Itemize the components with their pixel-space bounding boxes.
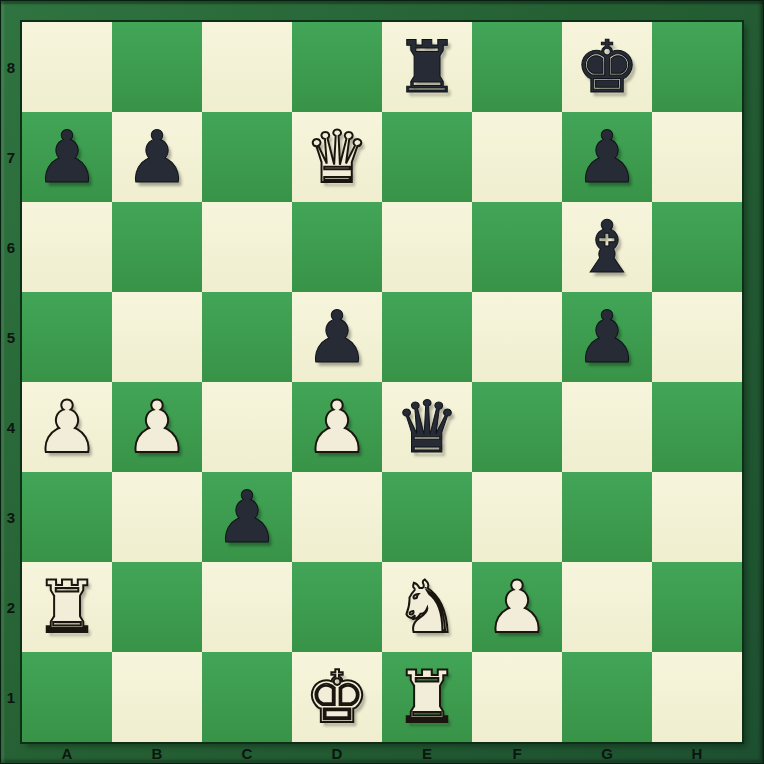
square-f6[interactable] bbox=[472, 202, 562, 292]
square-g5[interactable]: ♟ bbox=[562, 292, 652, 382]
piece-white-pawn-a4[interactable]: ♟ bbox=[22, 382, 112, 472]
square-c3[interactable]: ♟ bbox=[202, 472, 292, 562]
rank-label-5: 5 bbox=[0, 292, 22, 382]
rank-label-7: 7 bbox=[0, 112, 22, 202]
square-c4[interactable] bbox=[202, 382, 292, 472]
square-b8[interactable] bbox=[112, 22, 202, 112]
square-g6[interactable]: ♝ bbox=[562, 202, 652, 292]
square-f7[interactable] bbox=[472, 112, 562, 202]
square-h8[interactable] bbox=[652, 22, 742, 112]
square-a1[interactable] bbox=[22, 652, 112, 742]
square-d6[interactable] bbox=[292, 202, 382, 292]
square-g4[interactable] bbox=[562, 382, 652, 472]
square-d5[interactable]: ♟ bbox=[292, 292, 382, 382]
square-c2[interactable] bbox=[202, 562, 292, 652]
rank-label-3: 3 bbox=[0, 472, 22, 562]
square-f1[interactable] bbox=[472, 652, 562, 742]
piece-black-queen-e4[interactable]: ♛ bbox=[382, 382, 472, 472]
piece-white-pawn-b4[interactable]: ♟ bbox=[112, 382, 202, 472]
file-label-g: G bbox=[562, 742, 652, 764]
square-e3[interactable] bbox=[382, 472, 472, 562]
file-label-c: C bbox=[202, 742, 292, 764]
rank-label-2: 2 bbox=[0, 562, 22, 652]
piece-white-knight-e2[interactable]: ♞ bbox=[382, 562, 472, 652]
square-a3[interactable] bbox=[22, 472, 112, 562]
piece-white-pawn-f2[interactable]: ♟ bbox=[472, 562, 562, 652]
square-h5[interactable] bbox=[652, 292, 742, 382]
square-c1[interactable] bbox=[202, 652, 292, 742]
square-f8[interactable] bbox=[472, 22, 562, 112]
square-h7[interactable] bbox=[652, 112, 742, 202]
square-d1[interactable]: ♚ bbox=[292, 652, 382, 742]
square-h6[interactable] bbox=[652, 202, 742, 292]
square-f2[interactable]: ♟ bbox=[472, 562, 562, 652]
square-a4[interactable]: ♟ bbox=[22, 382, 112, 472]
square-e4[interactable]: ♛ bbox=[382, 382, 472, 472]
square-b5[interactable] bbox=[112, 292, 202, 382]
rank-label-4: 4 bbox=[0, 382, 22, 472]
square-c6[interactable] bbox=[202, 202, 292, 292]
square-a6[interactable] bbox=[22, 202, 112, 292]
piece-black-pawn-d5[interactable]: ♟ bbox=[292, 292, 382, 382]
square-f4[interactable] bbox=[472, 382, 562, 472]
square-e7[interactable] bbox=[382, 112, 472, 202]
square-e6[interactable] bbox=[382, 202, 472, 292]
square-a2[interactable]: ♜ bbox=[22, 562, 112, 652]
square-f3[interactable] bbox=[472, 472, 562, 562]
square-g2[interactable] bbox=[562, 562, 652, 652]
piece-black-pawn-g5[interactable]: ♟ bbox=[562, 292, 652, 382]
chess-diagram: ♜♚♟♟♛♟♝♟♟♟♟♟♛♟♜♞♟♚♜ 87654321 ABCDEFGH bbox=[0, 0, 764, 764]
rank-label-1: 1 bbox=[0, 652, 22, 742]
chess-board: ♜♚♟♟♛♟♝♟♟♟♟♟♛♟♜♞♟♚♜ bbox=[22, 22, 742, 742]
square-g7[interactable]: ♟ bbox=[562, 112, 652, 202]
piece-black-rook-e8[interactable]: ♜ bbox=[382, 22, 472, 112]
square-c7[interactable] bbox=[202, 112, 292, 202]
square-e8[interactable]: ♜ bbox=[382, 22, 472, 112]
piece-black-pawn-b7[interactable]: ♟ bbox=[112, 112, 202, 202]
square-d4[interactable]: ♟ bbox=[292, 382, 382, 472]
square-e2[interactable]: ♞ bbox=[382, 562, 472, 652]
square-b2[interactable] bbox=[112, 562, 202, 652]
square-h3[interactable] bbox=[652, 472, 742, 562]
square-d7[interactable]: ♛ bbox=[292, 112, 382, 202]
piece-black-pawn-c3[interactable]: ♟ bbox=[202, 472, 292, 562]
square-b1[interactable] bbox=[112, 652, 202, 742]
square-c8[interactable] bbox=[202, 22, 292, 112]
square-d2[interactable] bbox=[292, 562, 382, 652]
file-label-h: H bbox=[652, 742, 742, 764]
square-d8[interactable] bbox=[292, 22, 382, 112]
rank-label-6: 6 bbox=[0, 202, 22, 292]
square-h1[interactable] bbox=[652, 652, 742, 742]
square-f5[interactable] bbox=[472, 292, 562, 382]
square-d3[interactable] bbox=[292, 472, 382, 562]
piece-white-rook-a2[interactable]: ♜ bbox=[22, 562, 112, 652]
file-label-b: B bbox=[112, 742, 202, 764]
square-b3[interactable] bbox=[112, 472, 202, 562]
square-c5[interactable] bbox=[202, 292, 292, 382]
square-b7[interactable]: ♟ bbox=[112, 112, 202, 202]
file-label-e: E bbox=[382, 742, 472, 764]
piece-black-pawn-a7[interactable]: ♟ bbox=[22, 112, 112, 202]
square-g1[interactable] bbox=[562, 652, 652, 742]
piece-black-king-g8[interactable]: ♚ bbox=[562, 22, 652, 112]
piece-white-rook-e1[interactable]: ♜ bbox=[382, 652, 472, 742]
piece-white-queen-d7[interactable]: ♛ bbox=[292, 112, 382, 202]
file-label-d: D bbox=[292, 742, 382, 764]
square-h2[interactable] bbox=[652, 562, 742, 652]
piece-white-king-d1[interactable]: ♚ bbox=[292, 652, 382, 742]
square-a5[interactable] bbox=[22, 292, 112, 382]
square-a7[interactable]: ♟ bbox=[22, 112, 112, 202]
square-a8[interactable] bbox=[22, 22, 112, 112]
square-g3[interactable] bbox=[562, 472, 652, 562]
piece-white-pawn-d4[interactable]: ♟ bbox=[292, 382, 382, 472]
rank-label-8: 8 bbox=[0, 22, 22, 112]
square-b6[interactable] bbox=[112, 202, 202, 292]
file-label-f: F bbox=[472, 742, 562, 764]
square-e5[interactable] bbox=[382, 292, 472, 382]
square-h4[interactable] bbox=[652, 382, 742, 472]
square-g8[interactable]: ♚ bbox=[562, 22, 652, 112]
square-e1[interactable]: ♜ bbox=[382, 652, 472, 742]
piece-black-bishop-g6[interactable]: ♝ bbox=[562, 202, 652, 292]
piece-black-pawn-g7[interactable]: ♟ bbox=[562, 112, 652, 202]
file-label-a: A bbox=[22, 742, 112, 764]
square-b4[interactable]: ♟ bbox=[112, 382, 202, 472]
